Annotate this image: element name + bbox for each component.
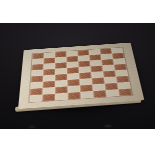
square-a1 — [29, 95, 42, 103]
square-e1 — [80, 91, 93, 99]
square-b1 — [42, 94, 55, 102]
board-photo — [0, 23, 155, 129]
square-c1 — [55, 93, 68, 101]
square-g1 — [106, 89, 120, 97]
playing-field — [28, 47, 133, 103]
square-d1 — [68, 92, 81, 100]
square-f1 — [93, 90, 107, 98]
square-h1 — [118, 88, 132, 96]
chess-board — [18, 43, 144, 109]
screenshot — [0, 0, 155, 155]
